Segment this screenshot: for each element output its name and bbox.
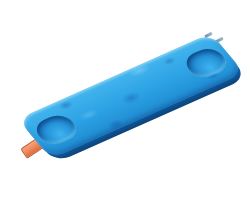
board-top bbox=[17, 33, 244, 159]
store-right bbox=[180, 45, 231, 81]
mancala-board bbox=[17, 33, 244, 159]
mancala-photo bbox=[0, 0, 250, 200]
store-left bbox=[31, 111, 82, 147]
